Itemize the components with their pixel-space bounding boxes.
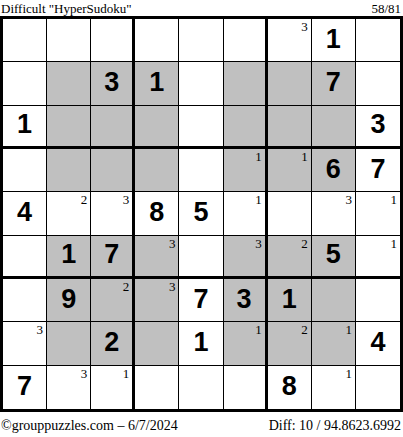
cell-r5c5[interactable]: 5	[179, 192, 223, 235]
cell-r9c6[interactable]	[224, 366, 268, 409]
cell-r3c9[interactable]: 3	[356, 106, 400, 149]
cell-r5c2[interactable]: 2	[47, 192, 91, 235]
cell-r6c4[interactable]: 3	[135, 236, 179, 279]
cell-r5c8[interactable]: 3	[312, 192, 356, 235]
cell-r7c6[interactable]: 3	[224, 279, 268, 322]
cell-r3c7[interactable]	[268, 106, 312, 149]
pencil-mark: 3	[37, 323, 44, 336]
given-digit: 7	[326, 69, 341, 98]
given-digit: 3	[104, 69, 119, 98]
given-digit: 7	[17, 373, 32, 402]
copyright-date: ©grouppuzzles.com – 6/7/2024	[1, 418, 178, 433]
given-digit: 1	[149, 69, 164, 98]
cell-r4c7[interactable]: 1	[268, 149, 312, 192]
cell-r1c1[interactable]	[3, 19, 47, 62]
given-digit: 3	[370, 111, 385, 140]
cell-r9c4[interactable]	[135, 366, 179, 409]
cell-r2c9[interactable]	[356, 62, 400, 105]
cell-r4c2[interactable]	[47, 149, 91, 192]
cell-r8c5[interactable]: 1	[179, 322, 223, 365]
given-digit: 2	[104, 329, 119, 358]
cell-r8c4[interactable]	[135, 322, 179, 365]
remaining-counter: 58/81	[371, 2, 401, 16]
given-digit: 7	[370, 156, 385, 185]
pencil-mark: 2	[301, 323, 308, 336]
cell-r9c1[interactable]: 7	[3, 366, 47, 409]
cell-r1c6[interactable]	[224, 19, 268, 62]
cell-r5c4[interactable]: 8	[135, 192, 179, 235]
pencil-mark: 2	[123, 280, 130, 293]
pencil-mark: 1	[390, 193, 397, 206]
pencil-mark: 2	[301, 237, 308, 250]
cell-r9c2[interactable]: 3	[47, 366, 91, 409]
given-digit: 8	[149, 199, 164, 228]
pencil-mark: 1	[345, 323, 352, 336]
pencil-mark: 3	[301, 20, 308, 33]
given-digit: 1	[17, 111, 32, 140]
cell-r7c2[interactable]: 9	[47, 279, 91, 322]
cell-r5c3[interactable]: 3	[91, 192, 135, 235]
cell-r1c2[interactable]	[47, 19, 91, 62]
given-digit: 4	[370, 329, 385, 358]
cell-r2c5[interactable]	[179, 62, 223, 105]
cell-r8c6[interactable]: 1	[224, 322, 268, 365]
cell-r2c7[interactable]	[268, 62, 312, 105]
cell-r9c8[interactable]: 1	[312, 366, 356, 409]
cell-r8c3[interactable]: 2	[91, 322, 135, 365]
given-digit: 1	[282, 286, 297, 315]
cell-r7c7[interactable]: 1	[268, 279, 312, 322]
cell-r3c2[interactable]	[47, 106, 91, 149]
cell-r3c6[interactable]	[224, 106, 268, 149]
given-digit: 5	[193, 199, 208, 228]
cell-r8c8[interactable]: 1	[312, 322, 356, 365]
given-digit: 5	[326, 241, 341, 270]
cell-r5c7[interactable]	[268, 192, 312, 235]
given-digit: 7	[193, 286, 208, 315]
pencil-mark: 3	[123, 193, 130, 206]
given-digit: 6	[326, 156, 341, 185]
cell-r4c9[interactable]: 7	[356, 149, 400, 192]
cell-r2c6[interactable]	[224, 62, 268, 105]
pencil-mark: 3	[255, 237, 262, 250]
cell-r4c3[interactable]	[91, 149, 135, 192]
cell-r1c7[interactable]: 3	[268, 19, 312, 62]
cell-r7c9[interactable]	[356, 279, 400, 322]
pencil-mark: 1	[345, 367, 352, 380]
cell-r4c6[interactable]: 1	[224, 149, 268, 192]
pencil-mark: 1	[123, 367, 130, 380]
cell-r8c9[interactable]: 4	[356, 322, 400, 365]
cell-r2c3[interactable]: 3	[91, 62, 135, 105]
cell-r7c8[interactable]	[312, 279, 356, 322]
pencil-mark: 1	[255, 323, 262, 336]
cell-r3c3[interactable]	[91, 106, 135, 149]
pencil-mark: 2	[81, 193, 88, 206]
cell-r7c5[interactable]: 7	[179, 279, 223, 322]
cell-r9c3[interactable]: 1	[91, 366, 135, 409]
given-digit: 7	[104, 241, 119, 270]
given-digit: 4	[17, 199, 32, 228]
pencil-mark: 3	[169, 280, 176, 293]
cell-r2c1[interactable]	[3, 62, 47, 105]
cell-r1c8[interactable]: 1	[312, 19, 356, 62]
cell-r1c5[interactable]	[179, 19, 223, 62]
cell-r7c4[interactable]: 3	[135, 279, 179, 322]
cell-r8c1[interactable]: 3	[3, 322, 47, 365]
cell-r1c4[interactable]	[135, 19, 179, 62]
pencil-mark: 3	[81, 367, 88, 380]
given-digit: 1	[61, 241, 76, 270]
cell-r1c9[interactable]	[356, 19, 400, 62]
cell-r3c4[interactable]	[135, 106, 179, 149]
cell-r6c9[interactable]: 1	[356, 236, 400, 279]
given-digit: 8	[282, 373, 297, 402]
cell-r4c1[interactable]	[3, 149, 47, 192]
cell-r4c4[interactable]	[135, 149, 179, 192]
cell-r4c8[interactable]: 6	[312, 149, 356, 192]
footer: ©grouppuzzles.com – 6/7/2024 Diff: 10 / …	[0, 412, 403, 433]
cell-r2c4[interactable]: 1	[135, 62, 179, 105]
cell-r6c6[interactable]: 3	[224, 236, 268, 279]
cell-r5c6[interactable]: 1	[224, 192, 268, 235]
cell-r6c1[interactable]	[3, 236, 47, 279]
cell-r5c9[interactable]: 1	[356, 192, 400, 235]
cell-r9c7[interactable]: 8	[268, 366, 312, 409]
cell-r8c7[interactable]: 2	[268, 322, 312, 365]
pencil-mark: 1	[390, 237, 397, 250]
cell-r6c3[interactable]: 7	[91, 236, 135, 279]
pencil-mark: 1	[255, 150, 262, 163]
puzzle-title: Difficult "HyperSudoku"	[1, 2, 132, 16]
cell-r5c1[interactable]: 4	[3, 192, 47, 235]
cell-r6c7[interactable]: 2	[268, 236, 312, 279]
cell-r8c2[interactable]	[47, 322, 91, 365]
cell-r3c8[interactable]	[312, 106, 356, 149]
cell-r6c8[interactable]: 5	[312, 236, 356, 279]
cell-r6c2[interactable]: 1	[47, 236, 91, 279]
cell-r6c5[interactable]	[179, 236, 223, 279]
pencil-mark: 1	[255, 193, 262, 206]
given-digit: 1	[193, 329, 208, 358]
cell-r1c3[interactable]	[91, 19, 135, 62]
cell-r9c9[interactable]	[356, 366, 400, 409]
pencil-mark: 3	[345, 193, 352, 206]
given-digit: 9	[61, 286, 76, 315]
cell-r2c2[interactable]	[47, 62, 91, 105]
header: Difficult "HyperSudoku" 58/81	[0, 0, 403, 16]
pencil-mark: 3	[169, 237, 176, 250]
pencil-mark: 1	[301, 150, 308, 163]
cell-r3c5[interactable]	[179, 106, 223, 149]
given-digit: 3	[237, 286, 252, 315]
cell-r9c5[interactable]	[179, 366, 223, 409]
difficulty-rating: Diff: 10 / 94.8623.6992	[269, 418, 401, 433]
given-digit: 1	[326, 26, 341, 55]
cell-r7c1[interactable]	[3, 279, 47, 322]
cell-r2c8[interactable]: 7	[312, 62, 356, 105]
sudoku-board: 3131713116742385131173325192373132112147…	[0, 16, 403, 412]
cell-r7c3[interactable]: 2	[91, 279, 135, 322]
cell-r4c5[interactable]	[179, 149, 223, 192]
cell-r3c1[interactable]: 1	[3, 106, 47, 149]
